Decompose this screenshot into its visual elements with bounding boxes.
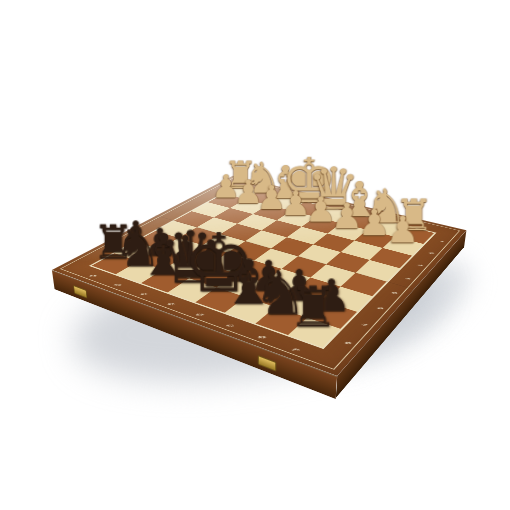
scene: HGFEDCBA12345678 ♜♞♝♚♛♝♞♜♟♟♟♟♟♟♟♟♟♟♟♟♟♟♟…: [0, 0, 510, 510]
chess-board: HGFEDCBA12345678 ♜♞♝♚♛♝♞♜♟♟♟♟♟♟♟♟♟♟♟♟♟♟♟…: [52, 176, 467, 376]
white-pawn-a2: ♟: [362, 213, 442, 248]
brass-latch-icon: [258, 355, 277, 372]
photo-background: HGFEDCBA12345678 ♜♞♝♚♛♝♞♜♟♟♟♟♟♟♟♟♟♟♟♟♟♟♟…: [0, 0, 510, 510]
rank-label-1-text: 1: [430, 240, 454, 242]
brass-hinge-icon: [73, 285, 87, 298]
black-rook-a8: ♜: [263, 281, 363, 334]
